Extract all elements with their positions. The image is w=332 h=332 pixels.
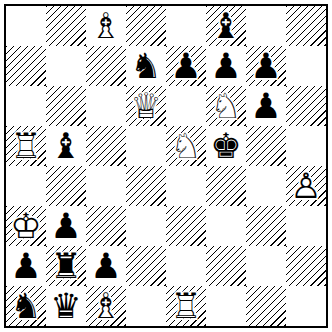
square-h3[interactable] bbox=[286, 206, 326, 246]
square-e8[interactable] bbox=[166, 6, 206, 46]
square-f5[interactable]: ♚♚ bbox=[206, 126, 246, 166]
square-f2[interactable] bbox=[206, 246, 246, 286]
square-g2[interactable] bbox=[246, 246, 286, 286]
square-e2[interactable] bbox=[166, 246, 206, 286]
square-f8[interactable]: ♝♝ bbox=[206, 6, 246, 46]
square-b4[interactable] bbox=[46, 166, 86, 206]
square-g3[interactable] bbox=[246, 206, 286, 246]
square-g7[interactable]: ♟♟ bbox=[246, 46, 286, 86]
white-knight-e5[interactable]: ♘ bbox=[166, 126, 206, 166]
square-d5[interactable] bbox=[126, 126, 166, 166]
square-h8[interactable] bbox=[286, 6, 326, 46]
square-b6[interactable] bbox=[46, 86, 86, 126]
square-c7[interactable] bbox=[86, 46, 126, 86]
square-b8[interactable] bbox=[46, 6, 86, 46]
square-a2[interactable]: ♟♟ bbox=[6, 246, 46, 286]
white-bishop-c8[interactable]: ♗ bbox=[86, 6, 126, 46]
square-d6[interactable]: ♛♕ bbox=[126, 86, 166, 126]
white-queen-d6[interactable]: ♕ bbox=[126, 86, 166, 126]
square-d4[interactable] bbox=[126, 166, 166, 206]
square-e5[interactable]: ♞♘ bbox=[166, 126, 206, 166]
square-g5[interactable] bbox=[246, 126, 286, 166]
black-bishop-b5[interactable]: ♝ bbox=[46, 126, 86, 166]
square-d8[interactable] bbox=[126, 6, 166, 46]
square-e6[interactable] bbox=[166, 86, 206, 126]
chess-board: ♝♗♝♝♞♞♟♟♟♟♟♟♛♕♞♘♟♟♜♖♝♝♞♘♚♚♟♙♚♔♟♟♟♟♜♜♟♟♞♞… bbox=[6, 6, 326, 326]
square-g1[interactable] bbox=[246, 286, 286, 326]
square-c6[interactable] bbox=[86, 86, 126, 126]
square-h4[interactable]: ♟♙ bbox=[286, 166, 326, 206]
square-c3[interactable] bbox=[86, 206, 126, 246]
black-bishop-f8[interactable]: ♝ bbox=[206, 6, 246, 46]
black-pawn-e7[interactable]: ♟ bbox=[166, 46, 206, 86]
square-a1[interactable]: ♞♞ bbox=[6, 286, 46, 326]
black-knight-d7[interactable]: ♞ bbox=[126, 46, 166, 86]
chess-diagram: ♝♗♝♝♞♞♟♟♟♟♟♟♛♕♞♘♟♟♜♖♝♝♞♘♚♚♟♙♚♔♟♟♟♟♜♜♟♟♞♞… bbox=[0, 0, 332, 332]
square-a7[interactable] bbox=[6, 46, 46, 86]
white-rook-a5[interactable]: ♖ bbox=[6, 126, 46, 166]
square-h5[interactable] bbox=[286, 126, 326, 166]
black-rook-b2[interactable]: ♜ bbox=[46, 246, 86, 286]
square-c8[interactable]: ♝♗ bbox=[86, 6, 126, 46]
white-knight-f6[interactable]: ♘ bbox=[206, 86, 246, 126]
square-h1[interactable] bbox=[286, 286, 326, 326]
white-king-a3[interactable]: ♔ bbox=[6, 206, 46, 246]
square-a8[interactable] bbox=[6, 6, 46, 46]
square-c2[interactable]: ♟♟ bbox=[86, 246, 126, 286]
square-e4[interactable] bbox=[166, 166, 206, 206]
square-d1[interactable] bbox=[126, 286, 166, 326]
square-a5[interactable]: ♜♖ bbox=[6, 126, 46, 166]
square-c1[interactable]: ♝♗ bbox=[86, 286, 126, 326]
black-pawn-a2[interactable]: ♟ bbox=[6, 246, 46, 286]
square-d3[interactable] bbox=[126, 206, 166, 246]
square-f1[interactable] bbox=[206, 286, 246, 326]
square-e3[interactable] bbox=[166, 206, 206, 246]
black-pawn-b3[interactable]: ♟ bbox=[46, 206, 86, 246]
square-h2[interactable] bbox=[286, 246, 326, 286]
white-rook-e1[interactable]: ♖ bbox=[166, 286, 206, 326]
black-knight-a1[interactable]: ♞ bbox=[6, 286, 46, 326]
white-pawn-h4[interactable]: ♙ bbox=[286, 166, 326, 206]
square-h7[interactable] bbox=[286, 46, 326, 86]
black-pawn-f7[interactable]: ♟ bbox=[206, 46, 246, 86]
square-c5[interactable] bbox=[86, 126, 126, 166]
black-pawn-c2[interactable]: ♟ bbox=[86, 246, 126, 286]
square-e7[interactable]: ♟♟ bbox=[166, 46, 206, 86]
board-border: ♝♗♝♝♞♞♟♟♟♟♟♟♛♕♞♘♟♟♜♖♝♝♞♘♚♚♟♙♚♔♟♟♟♟♜♜♟♟♞♞… bbox=[4, 4, 328, 328]
square-a3[interactable]: ♚♔ bbox=[6, 206, 46, 246]
square-c4[interactable] bbox=[86, 166, 126, 206]
square-f6[interactable]: ♞♘ bbox=[206, 86, 246, 126]
square-a4[interactable] bbox=[6, 166, 46, 206]
black-pawn-g6[interactable]: ♟ bbox=[246, 86, 286, 126]
square-b3[interactable]: ♟♟ bbox=[46, 206, 86, 246]
square-g8[interactable] bbox=[246, 6, 286, 46]
square-f7[interactable]: ♟♟ bbox=[206, 46, 246, 86]
square-h6[interactable] bbox=[286, 86, 326, 126]
square-b5[interactable]: ♝♝ bbox=[46, 126, 86, 166]
square-d7[interactable]: ♞♞ bbox=[126, 46, 166, 86]
square-b2[interactable]: ♜♜ bbox=[46, 246, 86, 286]
square-e1[interactable]: ♜♖ bbox=[166, 286, 206, 326]
square-b7[interactable] bbox=[46, 46, 86, 86]
black-king-f5[interactable]: ♚ bbox=[206, 126, 246, 166]
square-f3[interactable] bbox=[206, 206, 246, 246]
square-a6[interactable] bbox=[6, 86, 46, 126]
square-f4[interactable] bbox=[206, 166, 246, 206]
black-queen-b1[interactable]: ♛ bbox=[46, 286, 86, 326]
black-pawn-g7[interactable]: ♟ bbox=[246, 46, 286, 86]
square-g4[interactable] bbox=[246, 166, 286, 206]
square-g6[interactable]: ♟♟ bbox=[246, 86, 286, 126]
white-bishop-c1[interactable]: ♗ bbox=[86, 286, 126, 326]
square-b1[interactable]: ♛♛ bbox=[46, 286, 86, 326]
square-d2[interactable] bbox=[126, 246, 166, 286]
